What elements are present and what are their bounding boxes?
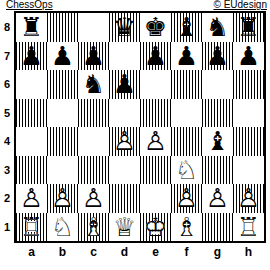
square-h4[interactable]: [233, 127, 264, 156]
square-c2[interactable]: ♟♙: [78, 184, 109, 213]
square-c6[interactable]: ♞: [78, 70, 109, 99]
piece-glyph: ♕: [109, 213, 140, 242]
file-label-d: d: [109, 245, 140, 259]
credit-link[interactable]: © EUdesign: [213, 0, 267, 10]
square-e7[interactable]: ♟: [140, 42, 171, 71]
piece-black-queen[interactable]: ♛: [109, 13, 140, 42]
piece-glyph: ♗: [171, 213, 202, 242]
piece-black-bishop[interactable]: ♝: [171, 13, 202, 42]
square-c3[interactable]: [78, 156, 109, 185]
piece-glyph: ♟: [78, 42, 109, 71]
piece-glyph: ♜: [233, 13, 264, 42]
square-a4[interactable]: [16, 127, 47, 156]
square-b6[interactable]: [47, 70, 78, 99]
piece-glyph: ♔: [140, 213, 171, 242]
piece-white-pawn[interactable]: ♟♙: [233, 184, 264, 213]
board: ♜♛♚♝♞♜♟♟♟♟♟♟♟♞♟♟♙♟♙♝♞♘♟♙♟♙♟♙♟♙♟♙♟♙♜♖♞♘♝♗…: [14, 11, 266, 243]
piece-black-rook[interactable]: ♜: [233, 13, 264, 42]
piece-white-pawn[interactable]: ♟♙: [16, 184, 47, 213]
piece-black-king[interactable]: ♚: [140, 13, 171, 42]
square-c1[interactable]: ♝♗: [78, 213, 109, 242]
square-c8[interactable]: [78, 13, 109, 42]
square-g4[interactable]: ♝: [202, 127, 233, 156]
square-f5[interactable]: [171, 99, 202, 128]
piece-glyph: ♖: [16, 213, 47, 242]
square-a2[interactable]: ♟♙: [16, 184, 47, 213]
piece-glyph: ♟: [16, 42, 47, 71]
piece-white-pawn[interactable]: ♟♙: [109, 127, 140, 156]
rank-label-3: 3: [0, 156, 14, 185]
piece-black-bishop[interactable]: ♝: [202, 127, 233, 156]
app-title-link[interactable]: ChessOps: [6, 0, 53, 10]
piece-black-knight[interactable]: ♞: [202, 13, 233, 42]
piece-black-rook[interactable]: ♜: [16, 13, 47, 42]
piece-glyph: ♟: [140, 42, 171, 71]
square-a8[interactable]: ♜: [16, 13, 47, 42]
rank-label-4: 4: [0, 127, 14, 156]
square-d1[interactable]: ♛♕: [109, 213, 140, 242]
square-g3[interactable]: [202, 156, 233, 185]
file-label-f: f: [171, 245, 202, 259]
square-f2[interactable]: ♟♙: [171, 184, 202, 213]
piece-glyph: ♙: [202, 184, 233, 213]
piece-black-pawn[interactable]: ♟: [78, 42, 109, 71]
square-d2[interactable]: [109, 184, 140, 213]
square-d4[interactable]: ♟♙: [109, 127, 140, 156]
square-f6[interactable]: [171, 70, 202, 99]
piece-white-pawn[interactable]: ♟♙: [140, 127, 171, 156]
piece-black-pawn[interactable]: ♟: [16, 42, 47, 71]
title-bar: ChessOps © EUdesign: [6, 0, 267, 11]
square-f7[interactable]: ♟: [171, 42, 202, 71]
square-e5[interactable]: [140, 99, 171, 128]
square-f8[interactable]: ♝: [171, 13, 202, 42]
rank-label-2: 2: [0, 184, 14, 213]
square-a3[interactable]: [16, 156, 47, 185]
square-g5[interactable]: [202, 99, 233, 128]
file-label-h: h: [233, 245, 264, 259]
piece-glyph: ♟: [171, 42, 202, 71]
piece-white-rook[interactable]: ♜♖: [16, 213, 47, 242]
square-g6[interactable]: [202, 70, 233, 99]
square-a6[interactable]: [16, 70, 47, 99]
piece-glyph: ♚: [140, 13, 171, 42]
piece-glyph: ♙: [171, 184, 202, 213]
square-h8[interactable]: ♜: [233, 13, 264, 42]
square-h7[interactable]: ♟: [233, 42, 264, 71]
piece-glyph: ♘: [171, 156, 202, 185]
piece-glyph: ♙: [109, 127, 140, 156]
square-b1[interactable]: ♞♘: [47, 213, 78, 242]
piece-white-pawn[interactable]: ♟♙: [202, 184, 233, 213]
piece-glyph: ♙: [78, 184, 109, 213]
square-e6[interactable]: [140, 70, 171, 99]
piece-black-pawn[interactable]: ♟: [140, 42, 171, 71]
square-b7[interactable]: ♟: [47, 42, 78, 71]
square-h2[interactable]: ♟♙: [233, 184, 264, 213]
square-c5[interactable]: [78, 99, 109, 128]
file-label-c: c: [78, 245, 109, 259]
piece-white-rook[interactable]: ♜♖: [233, 213, 264, 242]
square-b8[interactable]: [47, 13, 78, 42]
piece-glyph: ♞: [78, 70, 109, 99]
piece-glyph: ♟: [47, 42, 78, 71]
square-e2[interactable]: [140, 184, 171, 213]
square-d8[interactable]: ♛: [109, 13, 140, 42]
square-d6[interactable]: ♟: [109, 70, 140, 99]
piece-white-knight[interactable]: ♞♘: [47, 213, 78, 242]
rank-label-5: 5: [0, 99, 14, 128]
square-g2[interactable]: ♟♙: [202, 184, 233, 213]
square-e3[interactable]: [140, 156, 171, 185]
piece-white-pawn[interactable]: ♟♙: [78, 184, 109, 213]
file-label-e: e: [140, 245, 171, 259]
square-a1[interactable]: ♜♖: [16, 213, 47, 242]
piece-glyph: ♙: [233, 184, 264, 213]
piece-glyph: ♝: [202, 127, 233, 156]
piece-glyph: ♟: [233, 42, 264, 71]
square-d7[interactable]: [109, 42, 140, 71]
square-a5[interactable]: [16, 99, 47, 128]
piece-glyph: ♙: [140, 127, 171, 156]
square-h3[interactable]: [233, 156, 264, 185]
piece-white-pawn[interactable]: ♟♙: [47, 184, 78, 213]
piece-glyph: ♗: [78, 213, 109, 242]
piece-black-pawn[interactable]: ♟: [233, 42, 264, 71]
rank-label-6: 6: [0, 70, 14, 99]
square-d3[interactable]: [109, 156, 140, 185]
square-e4[interactable]: ♟♙: [140, 127, 171, 156]
piece-glyph: ♝: [171, 13, 202, 42]
square-f4[interactable]: [171, 127, 202, 156]
piece-white-king[interactable]: ♚♔: [140, 213, 171, 242]
piece-glyph: ♖: [233, 213, 264, 242]
file-label-b: b: [47, 245, 78, 259]
piece-white-queen[interactable]: ♛♕: [109, 213, 140, 242]
square-c7[interactable]: ♟: [78, 42, 109, 71]
square-b4[interactable]: [47, 127, 78, 156]
square-g1[interactable]: [202, 213, 233, 242]
piece-black-knight[interactable]: ♞: [78, 70, 109, 99]
file-label-a: a: [16, 245, 47, 259]
rank-label-8: 8: [0, 13, 14, 42]
piece-black-pawn[interactable]: ♟: [202, 42, 233, 71]
rank-label-7: 7: [0, 42, 14, 71]
piece-glyph: ♟: [202, 42, 233, 71]
piece-black-pawn[interactable]: ♟: [171, 42, 202, 71]
piece-glyph: ♟: [109, 70, 140, 99]
square-h5[interactable]: [233, 99, 264, 128]
piece-white-bishop[interactable]: ♝♗: [78, 213, 109, 242]
square-e1[interactable]: ♚♔: [140, 213, 171, 242]
square-c4[interactable]: [78, 127, 109, 156]
piece-glyph: ♙: [47, 184, 78, 213]
piece-glyph: ♞: [202, 13, 233, 42]
square-f1[interactable]: ♝♗: [171, 213, 202, 242]
board-area: 87654321 ♜♛♚♝♞♜♟♟♟♟♟♟♟♞♟♟♙♟♙♝♞♘♟♙♟♙♟♙♟♙♟…: [0, 11, 266, 243]
square-b3[interactable]: [47, 156, 78, 185]
square-g7[interactable]: ♟: [202, 42, 233, 71]
piece-black-pawn[interactable]: ♟: [109, 70, 140, 99]
piece-white-bishop[interactable]: ♝♗: [171, 213, 202, 242]
piece-glyph: ♙: [16, 184, 47, 213]
square-e8[interactable]: ♚: [140, 13, 171, 42]
piece-black-pawn[interactable]: ♟: [47, 42, 78, 71]
piece-glyph: ♘: [47, 213, 78, 242]
piece-white-knight[interactable]: ♞♘: [171, 156, 202, 185]
piece-glyph: ♛: [109, 13, 140, 42]
square-b5[interactable]: [47, 99, 78, 128]
square-h1[interactable]: ♜♖: [233, 213, 264, 242]
square-d5[interactable]: [109, 99, 140, 128]
rank-label-1: 1: [0, 213, 14, 242]
file-labels: abcdefgh: [16, 245, 264, 259]
piece-glyph: ♜: [16, 13, 47, 42]
square-g8[interactable]: ♞: [202, 13, 233, 42]
square-h6[interactable]: [233, 70, 264, 99]
rank-labels: 87654321: [0, 11, 14, 243]
square-b2[interactable]: ♟♙: [47, 184, 78, 213]
piece-white-pawn[interactable]: ♟♙: [171, 184, 202, 213]
file-label-g: g: [202, 245, 233, 259]
square-a7[interactable]: ♟: [16, 42, 47, 71]
square-f3[interactable]: ♞♘: [171, 156, 202, 185]
